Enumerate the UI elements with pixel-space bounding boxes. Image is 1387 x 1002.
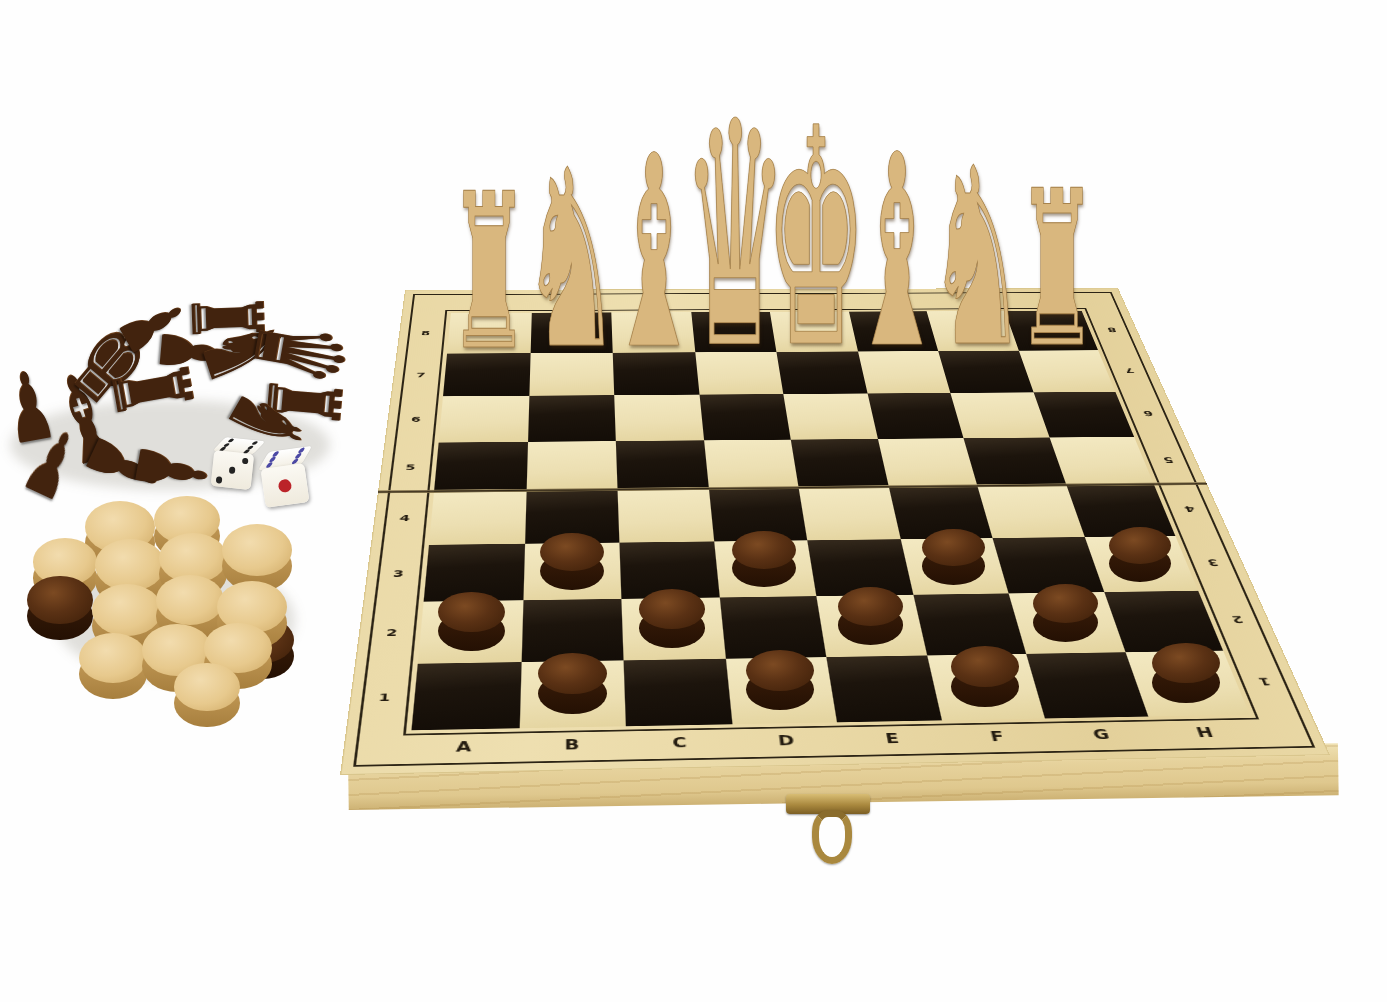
checker-f3-top xyxy=(922,529,985,567)
square-f5[interactable] xyxy=(877,438,977,487)
pile-checker-7-dark[interactable] xyxy=(27,576,93,641)
pile-checker-12-light[interactable] xyxy=(79,633,147,699)
file-label-b: B xyxy=(564,737,580,753)
checker-b3[interactable] xyxy=(540,533,604,590)
square-a4[interactable] xyxy=(429,491,526,545)
rank-label-left-7: 7 xyxy=(416,371,427,379)
piece-h8-light-rook[interactable]: ♜ xyxy=(1016,162,1097,377)
square-a6[interactable] xyxy=(439,396,529,443)
die-1-front-face xyxy=(211,450,255,490)
die-pip xyxy=(278,478,293,493)
square-e5[interactable] xyxy=(791,439,889,488)
rank-label-left-5: 5 xyxy=(405,462,417,471)
checker-g2-top xyxy=(1033,584,1098,623)
file-label-c: C xyxy=(672,735,689,751)
square-g5[interactable] xyxy=(963,437,1066,486)
die-2-front-face xyxy=(260,463,309,508)
die-2[interactable] xyxy=(258,447,310,510)
die-1[interactable] xyxy=(210,436,255,492)
checker-d1[interactable] xyxy=(746,650,814,711)
pile-checker-7-dark-top xyxy=(27,576,93,625)
square-e4[interactable] xyxy=(799,487,900,540)
file-label-e: E xyxy=(884,731,901,746)
checker-f1-top xyxy=(951,646,1019,687)
checker-g2[interactable] xyxy=(1033,584,1098,642)
square-a5[interactable] xyxy=(434,442,528,492)
square-a1[interactable] xyxy=(411,662,521,731)
die-pip xyxy=(242,457,249,464)
checker-b3-top xyxy=(540,533,604,571)
checker-a2[interactable] xyxy=(438,592,504,651)
checker-e2-top xyxy=(838,587,903,626)
pile-checker-9-light-top xyxy=(156,575,224,625)
rank-label-left-3: 3 xyxy=(393,568,406,579)
checker-h1[interactable] xyxy=(1152,643,1219,703)
checker-d3-top xyxy=(732,531,795,569)
checker-h1-top xyxy=(1152,643,1219,683)
square-c4[interactable] xyxy=(618,489,714,542)
checker-d3[interactable] xyxy=(732,531,795,587)
checker-f3[interactable] xyxy=(922,529,985,585)
rank-label-left-8: 8 xyxy=(421,329,432,336)
product-photo-stage: ABCDEFGH1122334455667788 ♜♞♝♛♚♝♞♜♟♝♟♚♜♟♟… xyxy=(0,0,1387,1002)
checker-c2-top xyxy=(639,589,705,629)
rank-label-left-2: 2 xyxy=(386,627,400,638)
checker-d1-top xyxy=(746,650,814,691)
checker-b1-top xyxy=(538,653,607,694)
file-label-d: D xyxy=(777,733,796,749)
die-pip xyxy=(229,467,236,474)
checker-b1[interactable] xyxy=(538,653,607,714)
square-e1[interactable] xyxy=(826,655,941,722)
checker-f1[interactable] xyxy=(951,646,1019,706)
die-pip xyxy=(216,476,223,483)
pile-checker-6-light-top xyxy=(222,524,292,576)
pile-checker-12-light-top xyxy=(79,633,147,683)
clasp-loop xyxy=(812,810,852,864)
checker-h3-top xyxy=(1109,527,1171,564)
checker-e2[interactable] xyxy=(838,587,903,645)
rank-label-left-4: 4 xyxy=(399,513,412,523)
piece-g8-light-knight[interactable]: ♞ xyxy=(927,136,1028,381)
rank-label-left-1: 1 xyxy=(378,690,392,702)
square-d5[interactable] xyxy=(704,439,799,488)
rank-label-left-6: 6 xyxy=(411,415,423,423)
pile-checker-15-light-top xyxy=(174,663,240,712)
square-c1[interactable] xyxy=(624,658,732,726)
square-b5[interactable] xyxy=(526,441,617,491)
checker-a2-top xyxy=(438,592,504,632)
file-label-a: A xyxy=(455,739,473,755)
pile-checker-15-light[interactable] xyxy=(174,663,240,728)
checker-c2[interactable] xyxy=(639,589,705,648)
piece-a8-light-rook[interactable]: ♜ xyxy=(448,165,529,380)
checker-h3[interactable] xyxy=(1109,527,1171,582)
square-c5[interactable] xyxy=(616,440,709,490)
